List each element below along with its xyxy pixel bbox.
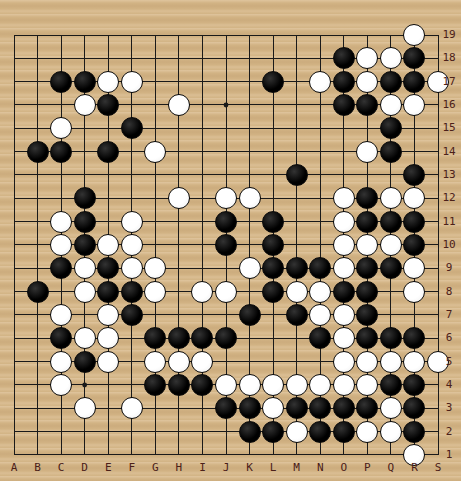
white-stone-J8[interactable] [215,281,237,303]
black-stone-L10[interactable] [262,234,284,256]
white-stone-C11[interactable] [50,211,72,233]
black-stone-H4[interactable] [168,374,190,396]
white-stone-I5[interactable] [191,351,213,373]
black-stone-D5[interactable] [74,351,96,373]
white-stone-P17[interactable] [356,71,378,93]
white-stone-D6[interactable] [74,327,96,349]
column-label-Q: Q [381,461,401,475]
white-stone-Q10[interactable] [380,234,402,256]
white-stone-O9[interactable] [333,257,355,279]
row-label-16: 16 [438,98,460,112]
column-label-F: F [122,461,142,475]
row-label-1: 1 [438,448,460,462]
white-stone-K9[interactable] [239,257,261,279]
go-board-screenshot: ABCDEFGHIJKLMNOPQRS 19181716151413121110… [0,0,461,481]
white-stone-O7[interactable] [333,304,355,326]
black-stone-O3[interactable] [333,397,355,419]
black-stone-F15[interactable] [121,117,143,139]
black-stone-M7[interactable] [286,304,308,326]
go-board[interactable] [0,0,461,481]
white-stone-E5[interactable] [97,351,119,373]
white-stone-F10[interactable] [121,234,143,256]
white-stone-C4[interactable] [50,374,72,396]
white-stone-H5[interactable] [168,351,190,373]
row-label-19: 19 [438,28,460,42]
white-stone-O10[interactable] [333,234,355,256]
column-label-M: M [287,461,307,475]
white-stone-P5[interactable] [356,351,378,373]
row-label-18: 18 [438,51,460,65]
row-label-13: 13 [438,168,460,182]
white-stone-K12[interactable] [239,187,261,209]
star-point [224,103,229,108]
black-stone-C17[interactable] [50,71,72,93]
white-stone-P14[interactable] [356,141,378,163]
black-stone-O18[interactable] [333,47,355,69]
white-stone-R5[interactable] [403,351,425,373]
white-stone-D3[interactable] [74,397,96,419]
black-stone-O8[interactable] [333,281,355,303]
black-stone-R11[interactable] [403,211,425,233]
white-stone-O11[interactable] [333,211,355,233]
column-label-N: N [310,461,330,475]
black-stone-M3[interactable] [286,397,308,419]
black-stone-D11[interactable] [74,211,96,233]
white-stone-F11[interactable] [121,211,143,233]
white-stone-E17[interactable] [97,71,119,93]
row-label-6: 6 [438,331,460,345]
column-label-K: K [240,461,260,475]
star-point [82,383,87,388]
black-stone-M13[interactable] [286,164,308,186]
black-stone-P11[interactable] [356,211,378,233]
white-stone-J4[interactable] [215,374,237,396]
column-label-C: C [51,461,71,475]
column-label-H: H [169,461,189,475]
white-stone-F9[interactable] [121,257,143,279]
column-label-S: S [428,461,448,475]
black-stone-O16[interactable] [333,94,355,116]
black-stone-K7[interactable] [239,304,261,326]
black-stone-C14[interactable] [50,141,72,163]
white-stone-N8[interactable] [309,281,331,303]
row-label-5: 5 [438,355,460,369]
row-label-17: 17 [438,75,460,89]
black-stone-Q4[interactable] [380,374,402,396]
column-label-O: O [334,461,354,475]
white-stone-Q5[interactable] [380,351,402,373]
white-stone-G5[interactable] [144,351,166,373]
white-stone-Q16[interactable] [380,94,402,116]
white-stone-N17[interactable] [309,71,331,93]
row-label-4: 4 [438,378,460,392]
white-stone-O5[interactable] [333,351,355,373]
white-stone-P2[interactable] [356,421,378,443]
black-stone-Q11[interactable] [380,211,402,233]
white-stone-G8[interactable] [144,281,166,303]
row-label-15: 15 [438,121,460,135]
black-stone-J11[interactable] [215,211,237,233]
white-stone-D16[interactable] [74,94,96,116]
white-stone-K4[interactable] [239,374,261,396]
column-label-R: R [404,461,424,475]
row-label-14: 14 [438,145,460,159]
black-stone-E14[interactable] [97,141,119,163]
row-label-10: 10 [438,238,460,252]
white-stone-C5[interactable] [50,351,72,373]
black-stone-K2[interactable] [239,421,261,443]
black-stone-P8[interactable] [356,281,378,303]
black-stone-L17[interactable] [262,71,284,93]
black-stone-K3[interactable] [239,397,261,419]
black-stone-B8[interactable] [27,281,49,303]
black-stone-D10[interactable] [74,234,96,256]
column-label-E: E [98,461,118,475]
white-stone-O12[interactable] [333,187,355,209]
white-stone-O6[interactable] [333,327,355,349]
black-stone-L2[interactable] [262,421,284,443]
black-stone-R17[interactable] [403,71,425,93]
row-label-3: 3 [438,401,460,415]
row-label-2: 2 [438,425,460,439]
white-stone-M8[interactable] [286,281,308,303]
column-label-L: L [263,461,283,475]
black-stone-L11[interactable] [262,211,284,233]
white-stone-C10[interactable] [50,234,72,256]
white-stone-L4[interactable] [262,374,284,396]
white-stone-O4[interactable] [333,374,355,396]
black-stone-Q14[interactable] [380,141,402,163]
black-stone-F7[interactable] [121,304,143,326]
black-stone-J10[interactable] [215,234,237,256]
column-label-D: D [75,461,95,475]
black-stone-O17[interactable] [333,71,355,93]
row-label-9: 9 [438,261,460,275]
row-label-12: 12 [438,191,460,205]
row-label-8: 8 [438,285,460,299]
white-stone-D8[interactable] [74,281,96,303]
white-stone-M4[interactable] [286,374,308,396]
column-label-I: I [192,461,212,475]
column-label-P: P [357,461,377,475]
black-stone-N2[interactable] [309,421,331,443]
white-stone-Q2[interactable] [380,421,402,443]
white-stone-R8[interactable] [403,281,425,303]
black-stone-D12[interactable] [74,187,96,209]
white-stone-I8[interactable] [191,281,213,303]
black-stone-L8[interactable] [262,281,284,303]
black-stone-R2[interactable] [403,421,425,443]
black-stone-M9[interactable] [286,257,308,279]
black-stone-Q17[interactable] [380,71,402,93]
white-stone-M2[interactable] [286,421,308,443]
column-label-B: B [28,461,48,475]
white-stone-F3[interactable] [121,397,143,419]
black-stone-B14[interactable] [27,141,49,163]
column-label-J: J [216,461,236,475]
column-label-A: A [4,461,24,475]
white-stone-C7[interactable] [50,304,72,326]
white-stone-F17[interactable] [121,71,143,93]
column-label-G: G [145,461,165,475]
black-stone-O2[interactable] [333,421,355,443]
white-stone-G14[interactable] [144,141,166,163]
black-stone-E8[interactable] [97,281,119,303]
black-stone-F8[interactable] [121,281,143,303]
black-stone-D17[interactable] [74,71,96,93]
white-stone-H16[interactable] [168,94,190,116]
white-stone-D9[interactable] [74,257,96,279]
row-label-7: 7 [438,308,460,322]
row-label-11: 11 [438,215,460,229]
